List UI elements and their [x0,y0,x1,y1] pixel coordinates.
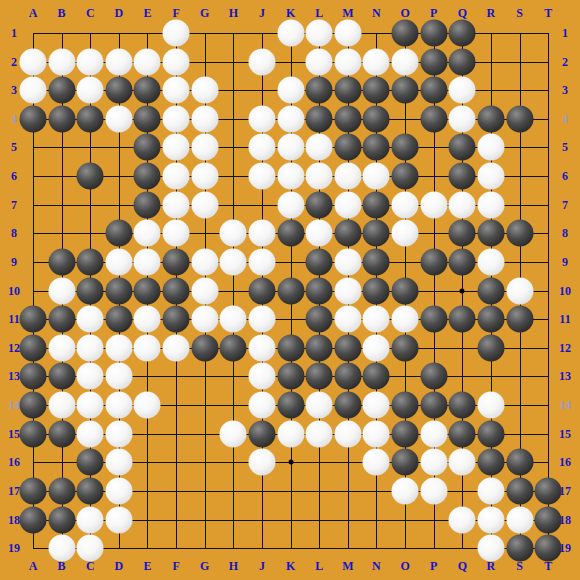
column-label-top: T [544,6,552,21]
stone-black[interactable] [420,20,447,47]
stone-white[interactable] [134,220,161,247]
stone-white[interactable] [134,306,161,333]
stone-black[interactable] [306,248,333,275]
stone-white[interactable] [277,163,304,190]
stone-black[interactable] [334,77,361,104]
stone-white[interactable] [134,334,161,361]
stone-white[interactable] [477,535,504,562]
stone-black[interactable] [77,449,104,476]
stone-black[interactable] [277,334,304,361]
stone-black[interactable] [363,191,390,218]
column-label-top: B [58,6,66,21]
stone-black[interactable] [20,334,47,361]
stone-black[interactable] [48,477,75,504]
row-label-right: 11 [559,312,570,327]
stone-white[interactable] [248,105,275,132]
column-label-top: E [143,6,151,21]
stone-black[interactable] [449,20,476,47]
row-label-left: 13 [8,369,20,384]
stone-black[interactable] [334,134,361,161]
stone-black[interactable] [449,306,476,333]
stone-black[interactable] [77,163,104,190]
stone-black[interactable] [506,306,533,333]
row-label-right: 13 [559,369,571,384]
stone-white[interactable] [306,392,333,419]
stone-black[interactable] [20,506,47,533]
row-label-left: 11 [8,312,19,327]
column-label-bottom: M [342,559,353,574]
row-label-left: 7 [11,197,17,212]
stone-black[interactable] [392,392,419,419]
stone-white[interactable] [477,392,504,419]
grid-line-horizontal [33,548,549,549]
stone-white[interactable] [191,163,218,190]
column-label-top: Q [458,6,467,21]
stone-black[interactable] [105,277,132,304]
stone-white[interactable] [306,48,333,75]
stone-black[interactable] [535,535,562,562]
stone-white[interactable] [105,449,132,476]
stone-white[interactable] [77,420,104,447]
row-label-left: 1 [11,26,17,41]
stone-white[interactable] [77,392,104,419]
stone-white[interactable] [306,134,333,161]
stone-black[interactable] [334,392,361,419]
stone-white[interactable] [220,306,247,333]
row-label-left: 5 [11,140,17,155]
stone-white[interactable] [163,163,190,190]
stone-black[interactable] [392,134,419,161]
row-label-left: 4 [11,111,17,126]
stone-white[interactable] [363,449,390,476]
stone-white[interactable] [191,77,218,104]
stone-black[interactable] [20,363,47,390]
column-label-bottom: A [29,559,38,574]
stone-white[interactable] [477,134,504,161]
column-label-top: O [400,6,409,21]
stone-black[interactable] [449,163,476,190]
stone-black[interactable] [420,306,447,333]
stone-white[interactable] [248,134,275,161]
stone-white[interactable] [277,134,304,161]
stone-white[interactable] [306,163,333,190]
row-label-right: 14 [559,398,571,413]
stone-white[interactable] [77,535,104,562]
stone-white[interactable] [48,392,75,419]
column-label-top: G [200,6,209,21]
column-label-top: M [342,6,353,21]
stone-white[interactable] [392,220,419,247]
stone-black[interactable] [477,449,504,476]
stone-black[interactable] [306,77,333,104]
stone-white[interactable] [163,77,190,104]
stone-black[interactable] [449,248,476,275]
row-label-left: 12 [8,340,20,355]
stone-white[interactable] [134,48,161,75]
row-label-left: 19 [8,541,20,556]
stone-black[interactable] [306,306,333,333]
column-label-bottom: O [400,559,409,574]
stone-white[interactable] [20,48,47,75]
row-label-right: 1 [562,26,568,41]
stone-black[interactable] [449,392,476,419]
stone-white[interactable] [163,48,190,75]
stone-white[interactable] [248,449,275,476]
stone-black[interactable] [420,363,447,390]
stone-white[interactable] [105,392,132,419]
stone-white[interactable] [248,363,275,390]
stone-black[interactable] [506,449,533,476]
grid-line-vertical [548,33,549,549]
stone-white[interactable] [420,449,447,476]
stone-white[interactable] [48,334,75,361]
stone-white[interactable] [105,420,132,447]
stone-white[interactable] [191,191,218,218]
stone-white[interactable] [477,506,504,533]
stone-white[interactable] [48,277,75,304]
stone-white[interactable] [77,506,104,533]
stone-white[interactable] [220,248,247,275]
row-label-left: 9 [11,254,17,269]
stone-white[interactable] [248,392,275,419]
column-label-top: J [259,6,265,21]
stone-white[interactable] [105,248,132,275]
stone-white[interactable] [420,191,447,218]
stone-black[interactable] [477,334,504,361]
stone-white[interactable] [248,334,275,361]
row-label-left: 14 [8,398,20,413]
stone-white[interactable] [134,392,161,419]
stone-black[interactable] [449,420,476,447]
stone-black[interactable] [277,277,304,304]
row-label-left: 16 [8,455,20,470]
stone-white[interactable] [77,363,104,390]
stone-black[interactable] [306,277,333,304]
stone-white[interactable] [248,306,275,333]
stone-black[interactable] [277,392,304,419]
stone-black[interactable] [20,105,47,132]
row-label-left: 15 [8,426,20,441]
column-label-top: A [29,6,38,21]
stone-black[interactable] [363,77,390,104]
stone-black[interactable] [449,220,476,247]
column-label-top: C [86,6,95,21]
stone-black[interactable] [306,363,333,390]
stone-black[interactable] [20,306,47,333]
stone-white[interactable] [334,420,361,447]
stone-white[interactable] [392,48,419,75]
stone-black[interactable] [392,420,419,447]
row-label-right: 15 [559,426,571,441]
row-label-right: 10 [559,283,571,298]
stone-white[interactable] [77,48,104,75]
row-label-left: 2 [11,54,17,69]
stone-black[interactable] [48,420,75,447]
row-label-right: 2 [562,54,568,69]
stone-black[interactable] [248,420,275,447]
stone-white[interactable] [105,48,132,75]
stone-white[interactable] [334,277,361,304]
stone-white[interactable] [334,248,361,275]
stone-black[interactable] [363,220,390,247]
stone-black[interactable] [420,105,447,132]
stone-white[interactable] [220,220,247,247]
stone-black[interactable] [392,163,419,190]
stone-black[interactable] [48,506,75,533]
stone-white[interactable] [277,77,304,104]
stone-white[interactable] [449,77,476,104]
stone-white[interactable] [248,163,275,190]
column-label-bottom: E [143,559,151,574]
column-label-top: N [372,6,381,21]
row-label-right: 16 [559,455,571,470]
stone-black[interactable] [420,77,447,104]
row-label-right: 4 [562,111,568,126]
stone-white[interactable] [48,535,75,562]
column-label-bottom: Q [458,559,467,574]
stone-black[interactable] [506,535,533,562]
column-label-bottom: H [229,559,238,574]
stone-black[interactable] [306,191,333,218]
stone-white[interactable] [363,392,390,419]
row-label-left: 3 [11,83,17,98]
column-label-top: K [286,6,295,21]
stone-white[interactable] [392,191,419,218]
stone-black[interactable] [163,306,190,333]
stone-white[interactable] [48,48,75,75]
stone-white[interactable] [277,105,304,132]
stone-white[interactable] [105,105,132,132]
stone-white[interactable] [163,191,190,218]
stone-black[interactable] [392,277,419,304]
stone-white[interactable] [334,191,361,218]
column-label-bottom: J [259,559,265,574]
stone-black[interactable] [20,420,47,447]
stone-black[interactable] [48,77,75,104]
stone-white[interactable] [77,77,104,104]
stone-white[interactable] [20,77,47,104]
stone-white[interactable] [105,363,132,390]
stone-black[interactable] [134,105,161,132]
stone-white[interactable] [220,420,247,447]
row-label-right: 12 [559,340,571,355]
stone-black[interactable] [535,477,562,504]
stone-white[interactable] [248,248,275,275]
stone-black[interactable] [105,77,132,104]
column-label-bottom: P [430,559,437,574]
stone-white[interactable] [163,220,190,247]
stone-black[interactable] [134,163,161,190]
stone-black[interactable] [420,48,447,75]
stone-white[interactable] [191,134,218,161]
column-label-top: S [516,6,523,21]
stone-black[interactable] [477,105,504,132]
stone-white[interactable] [477,477,504,504]
row-label-right: 6 [562,169,568,184]
stone-white[interactable] [449,191,476,218]
stone-black[interactable] [392,449,419,476]
stone-black[interactable] [306,105,333,132]
stone-white[interactable] [77,334,104,361]
column-label-bottom: F [172,559,179,574]
stone-black[interactable] [477,420,504,447]
column-label-top: F [172,6,179,21]
column-label-bottom: L [315,559,323,574]
stone-white[interactable] [277,20,304,47]
row-label-left: 18 [8,512,20,527]
row-label-right: 9 [562,254,568,269]
stone-black[interactable] [477,220,504,247]
stone-black[interactable] [134,277,161,304]
column-label-bottom: D [115,559,124,574]
stone-black[interactable] [163,248,190,275]
stone-white[interactable] [248,220,275,247]
stone-black[interactable] [20,477,47,504]
stone-white[interactable] [163,105,190,132]
stone-black[interactable] [449,134,476,161]
stone-white[interactable] [105,477,132,504]
stone-white[interactable] [277,420,304,447]
column-label-top: D [115,6,124,21]
stone-white[interactable] [334,48,361,75]
stone-white[interactable] [363,163,390,190]
column-label-bottom: G [200,559,209,574]
stone-black[interactable] [134,191,161,218]
star-point [460,288,465,293]
row-label-right: 7 [562,197,568,212]
column-label-bottom: N [372,559,381,574]
row-label-left: 10 [8,283,20,298]
stone-black[interactable] [449,48,476,75]
stone-white[interactable] [363,48,390,75]
stone-white[interactable] [334,20,361,47]
stone-black[interactable] [306,334,333,361]
stone-white[interactable] [77,306,104,333]
stone-white[interactable] [163,20,190,47]
stone-white[interactable] [191,277,218,304]
go-board[interactable]: AABBCCDDEEFFGGHHJJKKLLMMNNOOPPQQRRSSTT11… [0,0,580,580]
stone-white[interactable] [105,334,132,361]
stone-white[interactable] [191,306,218,333]
stone-black[interactable] [48,248,75,275]
stone-black[interactable] [163,277,190,304]
stone-white[interactable] [191,248,218,275]
star-point [288,460,293,465]
stone-white[interactable] [506,506,533,533]
stone-white[interactable] [506,277,533,304]
stone-black[interactable] [506,105,533,132]
stone-white[interactable] [191,105,218,132]
stone-black[interactable] [506,220,533,247]
stone-black[interactable] [535,506,562,533]
stone-black[interactable] [420,248,447,275]
stone-black[interactable] [105,220,132,247]
stone-black[interactable] [334,105,361,132]
stone-black[interactable] [191,334,218,361]
stone-white[interactable] [277,191,304,218]
stone-black[interactable] [477,306,504,333]
stone-black[interactable] [363,277,390,304]
stone-black[interactable] [392,77,419,104]
stone-white[interactable] [363,334,390,361]
stone-white[interactable] [306,20,333,47]
column-label-top: L [315,6,323,21]
stone-black[interactable] [334,334,361,361]
stone-black[interactable] [77,277,104,304]
stone-black[interactable] [105,306,132,333]
stone-white[interactable] [334,306,361,333]
stone-black[interactable] [392,334,419,361]
stone-white[interactable] [363,420,390,447]
stone-black[interactable] [506,477,533,504]
stone-white[interactable] [420,420,447,447]
stone-black[interactable] [277,220,304,247]
column-label-bottom: K [286,559,295,574]
stone-black[interactable] [477,277,504,304]
stone-black[interactable] [220,334,247,361]
stone-black[interactable] [277,363,304,390]
stone-white[interactable] [392,306,419,333]
stone-white[interactable] [306,220,333,247]
row-label-left: 17 [8,483,20,498]
stone-black[interactable] [363,134,390,161]
stone-black[interactable] [334,363,361,390]
stone-white[interactable] [306,420,333,447]
row-label-left: 8 [11,226,17,241]
stone-black[interactable] [77,105,104,132]
row-label-left: 6 [11,169,17,184]
column-label-top: H [229,6,238,21]
stone-white[interactable] [248,48,275,75]
column-label-top: R [487,6,496,21]
stone-white[interactable] [449,449,476,476]
stone-black[interactable] [363,105,390,132]
stone-white[interactable] [163,334,190,361]
row-label-right: 3 [562,83,568,98]
stone-white[interactable] [477,191,504,218]
stone-black[interactable] [20,392,47,419]
stone-white[interactable] [392,477,419,504]
stone-white[interactable] [449,105,476,132]
stone-white[interactable] [477,163,504,190]
row-label-right: 8 [562,226,568,241]
stone-black[interactable] [392,20,419,47]
stone-black[interactable] [334,220,361,247]
stone-black[interactable] [134,77,161,104]
stone-white[interactable] [163,134,190,161]
stone-black[interactable] [134,134,161,161]
stone-white[interactable] [334,163,361,190]
row-label-right: 5 [562,140,568,155]
stone-black[interactable] [77,248,104,275]
stone-black[interactable] [48,306,75,333]
stone-black[interactable] [363,363,390,390]
stone-black[interactable] [363,248,390,275]
stone-white[interactable] [449,506,476,533]
stone-black[interactable] [248,277,275,304]
stone-white[interactable] [134,248,161,275]
stone-white[interactable] [420,477,447,504]
stone-black[interactable] [420,392,447,419]
column-label-top: P [430,6,437,21]
stone-white[interactable] [105,506,132,533]
stone-black[interactable] [77,477,104,504]
stone-white[interactable] [363,306,390,333]
stone-black[interactable] [48,105,75,132]
stone-white[interactable] [477,248,504,275]
stone-black[interactable] [48,363,75,390]
